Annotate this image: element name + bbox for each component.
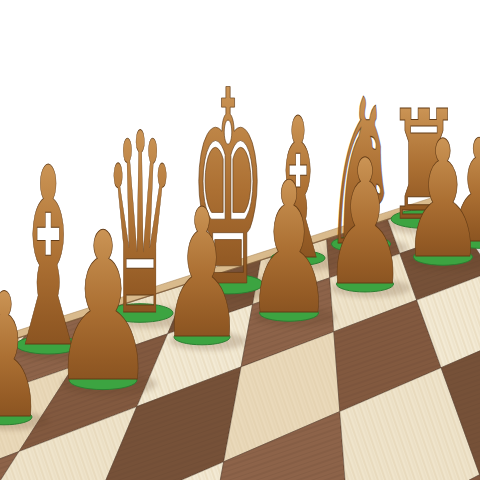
piece-white-pawn-g2: ♟ <box>323 122 411 324</box>
pawn-glyph: ♟ <box>402 106 480 294</box>
pawn-glyph: ♟ <box>0 257 44 456</box>
piece-white-pawn-e2: ♟ <box>161 170 247 377</box>
pawn-glyph: ♟ <box>161 170 244 377</box>
piece-white-pawn-d2: ♟ <box>51 189 157 427</box>
pawn-glyph: ♟ <box>51 189 156 427</box>
product-photo-scene: Wooden Staunton chess pieces on a walnut… <box>0 0 480 480</box>
piece-white-pawn-h2: ♟ <box>402 106 480 294</box>
piece-white-pawn-c2: ♟ <box>0 257 49 456</box>
piece-white-pawn-f2: ♟ <box>245 143 336 355</box>
pawn-glyph: ♟ <box>323 122 407 324</box>
pawn-glyph: ♟ <box>245 143 333 355</box>
chess-board-photo: Wooden Staunton chess pieces on a walnut… <box>0 0 480 480</box>
